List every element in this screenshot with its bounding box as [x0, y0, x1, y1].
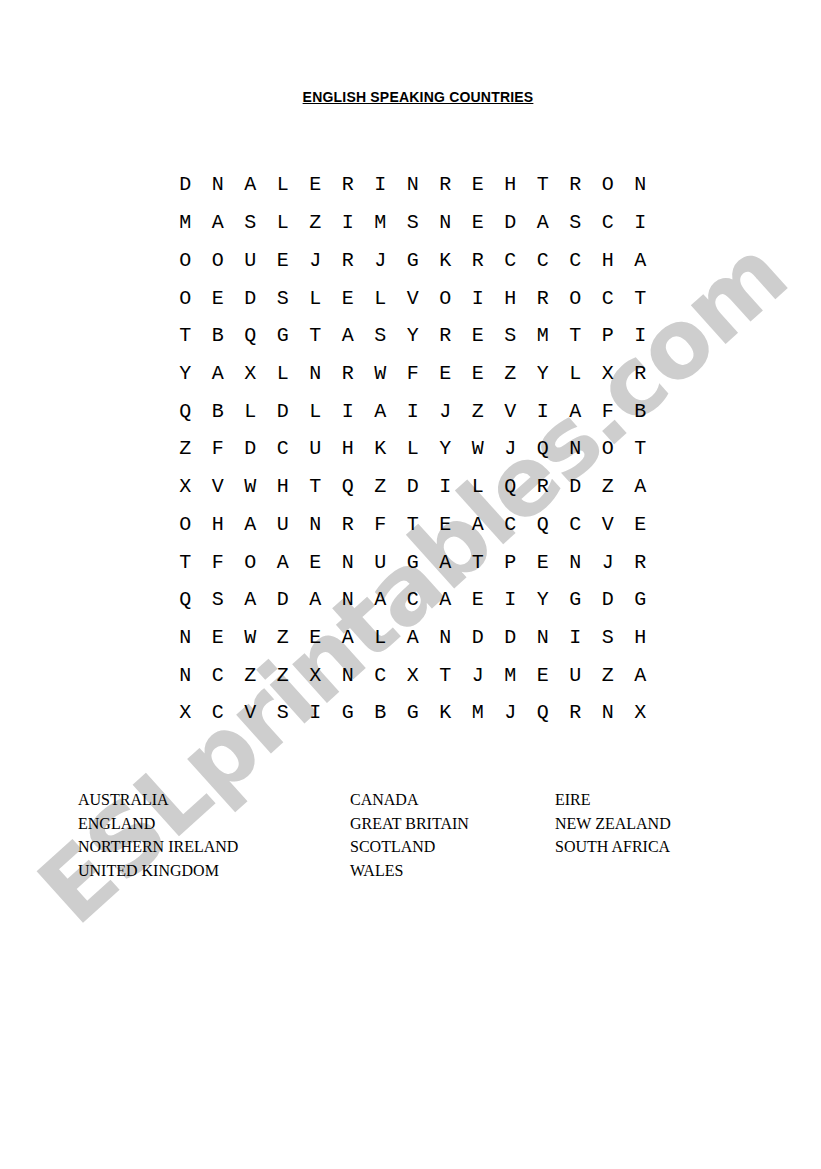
grid-cell: L: [397, 430, 430, 468]
grid-cell: B: [202, 392, 235, 430]
grid-cell: S: [364, 317, 397, 355]
grid-cell: U: [299, 430, 332, 468]
grid-cell: I: [559, 619, 592, 657]
grid-cell: A: [332, 317, 365, 355]
grid-cell: A: [202, 355, 235, 393]
grid-cell: A: [462, 505, 495, 543]
grid-cell: L: [559, 355, 592, 393]
grid-cell: W: [234, 619, 267, 657]
word-list-column-2: CANADAGREAT BRITAINSCOTLANDWALES: [350, 788, 469, 882]
grid-cell: N: [527, 619, 560, 657]
grid-cell: N: [592, 694, 625, 732]
grid-cell: F: [592, 392, 625, 430]
grid-cell: A: [332, 619, 365, 657]
grid-cell: E: [202, 279, 235, 317]
grid-cell: J: [494, 694, 527, 732]
grid-cell: R: [429, 166, 462, 204]
grid-cell: P: [494, 543, 527, 581]
grid-cell: E: [429, 355, 462, 393]
grid-cell: G: [397, 241, 430, 279]
grid-cell: D: [494, 619, 527, 657]
grid-cell: X: [397, 656, 430, 694]
grid-cell: E: [299, 166, 332, 204]
grid-cell: C: [494, 241, 527, 279]
grid-cell: E: [462, 204, 495, 242]
word-item: AUSTRALIA: [78, 788, 238, 812]
grid-cell: Q: [494, 468, 527, 506]
grid-cell: Z: [169, 430, 202, 468]
grid-cell: C: [202, 656, 235, 694]
grid-cell: Z: [234, 656, 267, 694]
grid-cell: X: [624, 694, 657, 732]
word-item: SOUTH AFRICA: [555, 835, 671, 859]
grid-cell: I: [494, 581, 527, 619]
grid-cell: M: [462, 694, 495, 732]
grid-cell: Y: [397, 317, 430, 355]
grid-cell: S: [559, 204, 592, 242]
grid-cell: R: [527, 468, 560, 506]
grid-cell: U: [559, 656, 592, 694]
grid-cell: C: [202, 694, 235, 732]
grid-cell: R: [624, 355, 657, 393]
grid-cell: D: [592, 581, 625, 619]
grid-cell: A: [624, 241, 657, 279]
word-list-column-3: EIRENEW ZEALANDSOUTH AFRICA: [555, 788, 671, 859]
grid-cell: I: [527, 392, 560, 430]
grid-cell: I: [332, 204, 365, 242]
grid-cell: I: [364, 166, 397, 204]
grid-cell: A: [202, 204, 235, 242]
grid-cell: G: [624, 581, 657, 619]
grid-cell: N: [202, 166, 235, 204]
grid-cell: I: [332, 392, 365, 430]
grid-cell: J: [429, 392, 462, 430]
grid-cell: C: [397, 581, 430, 619]
grid-cell: U: [267, 505, 300, 543]
grid-cell: T: [299, 468, 332, 506]
grid-cell: Q: [527, 694, 560, 732]
grid-cell: X: [169, 468, 202, 506]
grid-cell: E: [332, 279, 365, 317]
grid-cell: C: [592, 204, 625, 242]
grid-cell: J: [462, 656, 495, 694]
grid-cell: R: [462, 241, 495, 279]
grid-cell: O: [559, 279, 592, 317]
grid-cell: D: [267, 581, 300, 619]
grid-cell: F: [364, 505, 397, 543]
grid-cell: T: [169, 317, 202, 355]
grid-cell: O: [202, 241, 235, 279]
grid-cell: V: [494, 392, 527, 430]
grid-cell: K: [429, 694, 462, 732]
grid-cell: A: [397, 619, 430, 657]
grid-cell: P: [592, 317, 625, 355]
grid-cell: X: [169, 694, 202, 732]
grid-cell: Y: [527, 581, 560, 619]
grid-cell: Y: [429, 430, 462, 468]
grid-cell: V: [234, 694, 267, 732]
grid-cell: A: [624, 656, 657, 694]
grid-cell: Z: [592, 656, 625, 694]
grid-cell: N: [624, 166, 657, 204]
grid-cell: E: [429, 505, 462, 543]
grid-cell: N: [299, 505, 332, 543]
grid-cell: Z: [494, 355, 527, 393]
page-title: ENGLISH SPEAKING COUNTRIES: [303, 89, 534, 105]
grid-cell: Q: [332, 468, 365, 506]
grid-cell: R: [624, 543, 657, 581]
grid-cell: K: [429, 241, 462, 279]
grid-cell: M: [527, 317, 560, 355]
grid-cell: E: [462, 166, 495, 204]
grid-cell: E: [267, 241, 300, 279]
grid-cell: L: [462, 468, 495, 506]
grid-cell: D: [559, 468, 592, 506]
grid-cell: Y: [527, 355, 560, 393]
grid-cell: N: [332, 543, 365, 581]
grid-cell: E: [462, 355, 495, 393]
word-item: GREAT BRITAIN: [350, 812, 469, 836]
word-item: EIRE: [555, 788, 671, 812]
grid-cell: R: [559, 694, 592, 732]
grid-cell: A: [527, 204, 560, 242]
grid-cell: C: [267, 430, 300, 468]
grid-cell: E: [202, 619, 235, 657]
grid-cell: W: [234, 468, 267, 506]
grid-cell: Z: [267, 656, 300, 694]
grid-cell: H: [494, 279, 527, 317]
grid-cell: J: [364, 241, 397, 279]
grid-cell: Z: [592, 468, 625, 506]
grid-cell: N: [332, 581, 365, 619]
word-list-column-1: AUSTRALIAENGLANDNORTHERN IRELANDUNITED K…: [78, 788, 238, 882]
grid-cell: Y: [169, 355, 202, 393]
grid-cell: E: [624, 505, 657, 543]
grid-cell: T: [397, 505, 430, 543]
grid-cell: D: [397, 468, 430, 506]
grid-cell: L: [234, 392, 267, 430]
grid-cell: L: [299, 392, 332, 430]
grid-cell: A: [429, 543, 462, 581]
grid-cell: H: [202, 505, 235, 543]
grid-cell: D: [462, 619, 495, 657]
grid-cell: A: [624, 468, 657, 506]
grid-cell: C: [592, 279, 625, 317]
grid-cell: X: [592, 355, 625, 393]
grid-cell: W: [364, 355, 397, 393]
grid-cell: W: [462, 430, 495, 468]
grid-cell: R: [332, 241, 365, 279]
grid-cell: B: [364, 694, 397, 732]
grid-cell: A: [234, 166, 267, 204]
grid-cell: C: [559, 505, 592, 543]
worksheet-page: ESLprintables.com ENGLISH SPEAKING COUNT…: [0, 0, 821, 1169]
grid-cell: D: [267, 392, 300, 430]
grid-cell: C: [494, 505, 527, 543]
grid-cell: H: [592, 241, 625, 279]
grid-cell: A: [234, 581, 267, 619]
grid-cell: T: [559, 317, 592, 355]
grid-cell: S: [267, 279, 300, 317]
grid-cell: N: [429, 204, 462, 242]
grid-cell: L: [299, 279, 332, 317]
grid-cell: I: [624, 204, 657, 242]
grid-cell: J: [299, 241, 332, 279]
grid-cell: T: [527, 166, 560, 204]
grid-cell: E: [527, 656, 560, 694]
grid-cell: S: [494, 317, 527, 355]
grid-cell: G: [559, 581, 592, 619]
grid-cell: N: [299, 355, 332, 393]
grid-cell: A: [364, 581, 397, 619]
grid-cell: F: [397, 355, 430, 393]
grid-cell: L: [267, 355, 300, 393]
grid-cell: D: [494, 204, 527, 242]
grid-cell: Q: [234, 317, 267, 355]
word-item: SCOTLAND: [350, 835, 469, 859]
word-item: NORTHERN IRELAND: [78, 835, 238, 859]
word-item: WALES: [350, 859, 469, 883]
grid-cell: V: [202, 468, 235, 506]
grid-cell: B: [624, 392, 657, 430]
grid-cell: O: [169, 505, 202, 543]
grid-cell: D: [169, 166, 202, 204]
grid-cell: O: [169, 241, 202, 279]
grid-cell: T: [462, 543, 495, 581]
grid-cell: X: [299, 656, 332, 694]
grid-cell: T: [624, 430, 657, 468]
grid-cell: Q: [527, 505, 560, 543]
grid-cell: E: [299, 543, 332, 581]
grid-cell: M: [169, 204, 202, 242]
grid-cell: S: [234, 204, 267, 242]
grid-cell: G: [397, 694, 430, 732]
grid-cell: A: [429, 581, 462, 619]
grid-cell: Z: [462, 392, 495, 430]
grid-cell: N: [169, 656, 202, 694]
grid-cell: N: [429, 619, 462, 657]
grid-cell: A: [299, 581, 332, 619]
grid-cell: E: [462, 581, 495, 619]
word-item: NEW ZEALAND: [555, 812, 671, 836]
grid-cell: H: [494, 166, 527, 204]
grid-cell: N: [559, 430, 592, 468]
grid-cell: N: [332, 656, 365, 694]
grid-cell: Q: [169, 392, 202, 430]
grid-cell: V: [397, 279, 430, 317]
grid-cell: R: [559, 166, 592, 204]
grid-cell: H: [332, 430, 365, 468]
grid-cell: R: [332, 505, 365, 543]
grid-cell: I: [429, 468, 462, 506]
grid-cell: R: [332, 355, 365, 393]
grid-cell: Q: [527, 430, 560, 468]
grid-cell: E: [462, 317, 495, 355]
grid-cell: H: [267, 468, 300, 506]
grid-cell: M: [364, 204, 397, 242]
grid-cell: T: [429, 656, 462, 694]
grid-cell: I: [299, 694, 332, 732]
grid-cell: T: [624, 279, 657, 317]
grid-cell: D: [234, 430, 267, 468]
grid-cell: Q: [169, 581, 202, 619]
grid-cell: A: [267, 543, 300, 581]
word-item: ENGLAND: [78, 812, 238, 836]
grid-cell: U: [364, 543, 397, 581]
grid-cell: C: [364, 656, 397, 694]
grid-cell: N: [559, 543, 592, 581]
grid-cell: A: [234, 505, 267, 543]
grid-cell: E: [299, 619, 332, 657]
grid-cell: L: [267, 204, 300, 242]
grid-cell: J: [494, 430, 527, 468]
word-search-grid: DNALERINREHTRONMASLZIMSNEDASCIOOUEJRJGKR…: [169, 166, 657, 732]
grid-cell: R: [332, 166, 365, 204]
grid-cell: F: [202, 543, 235, 581]
grid-cell: O: [592, 166, 625, 204]
grid-cell: J: [592, 543, 625, 581]
grid-cell: Z: [267, 619, 300, 657]
grid-cell: O: [234, 543, 267, 581]
grid-cell: E: [527, 543, 560, 581]
grid-cell: C: [527, 241, 560, 279]
grid-cell: F: [202, 430, 235, 468]
grid-cell: R: [429, 317, 462, 355]
grid-cell: D: [234, 279, 267, 317]
grid-cell: Z: [299, 204, 332, 242]
grid-cell: O: [429, 279, 462, 317]
grid-cell: O: [169, 279, 202, 317]
grid-cell: K: [364, 430, 397, 468]
grid-cell: I: [462, 279, 495, 317]
grid-cell: A: [559, 392, 592, 430]
grid-cell: B: [202, 317, 235, 355]
grid-cell: C: [559, 241, 592, 279]
grid-cell: S: [202, 581, 235, 619]
grid-cell: H: [624, 619, 657, 657]
grid-cell: T: [299, 317, 332, 355]
grid-cell: L: [364, 279, 397, 317]
grid-cell: L: [267, 166, 300, 204]
grid-cell: G: [267, 317, 300, 355]
word-item: CANADA: [350, 788, 469, 812]
grid-cell: I: [397, 392, 430, 430]
grid-cell: M: [494, 656, 527, 694]
grid-cell: Z: [364, 468, 397, 506]
grid-cell: U: [234, 241, 267, 279]
word-item: UNITED KINGDOM: [78, 859, 238, 883]
grid-cell: V: [592, 505, 625, 543]
grid-cell: S: [397, 204, 430, 242]
grid-cell: A: [364, 392, 397, 430]
grid-cell: I: [624, 317, 657, 355]
grid-cell: N: [397, 166, 430, 204]
grid-cell: O: [592, 430, 625, 468]
grid-cell: T: [169, 543, 202, 581]
grid-cell: S: [267, 694, 300, 732]
grid-cell: G: [397, 543, 430, 581]
grid-cell: R: [527, 279, 560, 317]
grid-cell: G: [332, 694, 365, 732]
grid-cell: X: [234, 355, 267, 393]
grid-cell: S: [592, 619, 625, 657]
grid-cell: L: [364, 619, 397, 657]
grid-cell: N: [169, 619, 202, 657]
